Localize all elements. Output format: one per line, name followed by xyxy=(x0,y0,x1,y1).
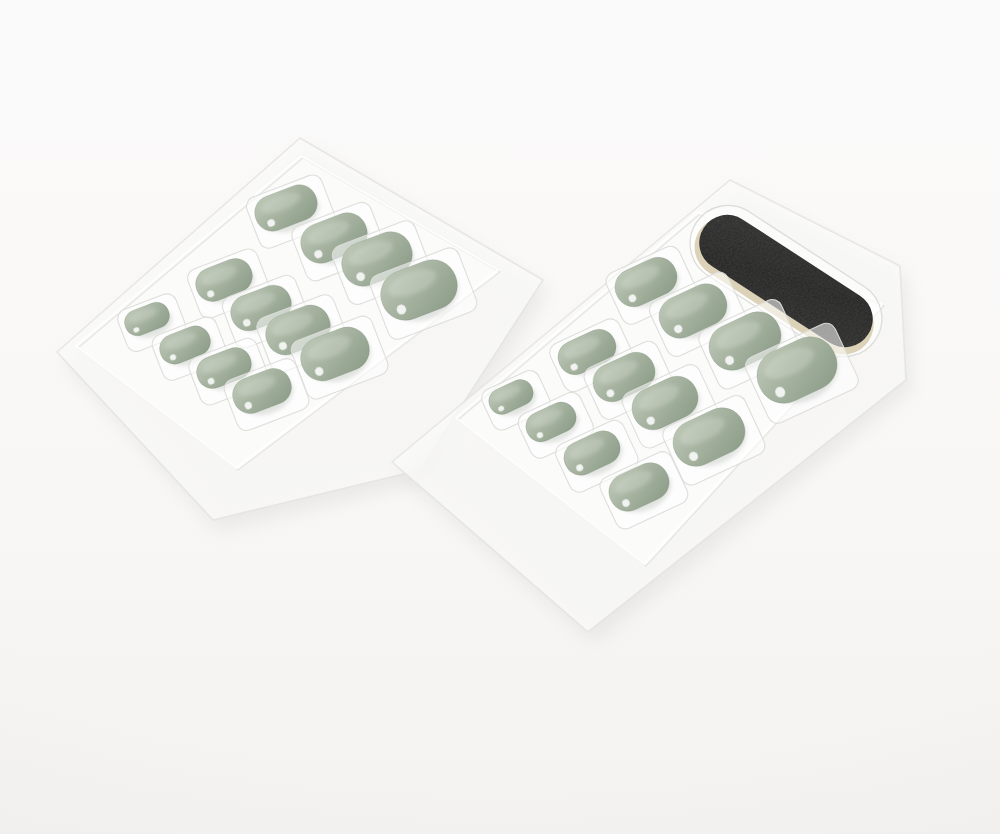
product-photo xyxy=(0,0,1000,834)
scene-svg xyxy=(0,0,1000,834)
